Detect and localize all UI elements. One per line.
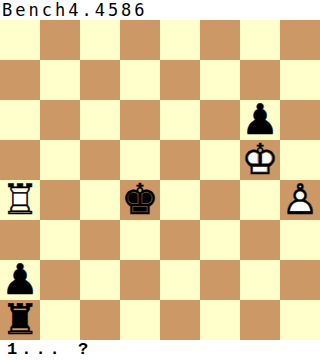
square-e3[interactable] — [160, 220, 200, 260]
black-pawn-glyph: ♟ — [241, 100, 279, 140]
square-f2[interactable] — [200, 260, 240, 300]
square-h5[interactable] — [280, 140, 320, 180]
square-f3[interactable] — [200, 220, 240, 260]
chess-diagram-window: Bench4.4586 ♟♚♔♜♖♚♟♙♟♜ 1... ? — [0, 0, 320, 360]
square-h3[interactable] — [280, 220, 320, 260]
chess-board: ♟♚♔♜♖♚♟♙♟♜ — [0, 20, 320, 340]
square-c5[interactable] — [80, 140, 120, 180]
square-e8[interactable] — [160, 20, 200, 60]
square-c8[interactable] — [80, 20, 120, 60]
square-f1[interactable] — [200, 300, 240, 340]
square-f5[interactable] — [200, 140, 240, 180]
white-rook[interactable]: ♜♖ — [0, 180, 40, 220]
square-c2[interactable] — [80, 260, 120, 300]
square-a6[interactable] — [0, 100, 40, 140]
square-g1[interactable] — [240, 300, 280, 340]
white-rook-glyph: ♖ — [1, 180, 39, 220]
square-h1[interactable] — [280, 300, 320, 340]
square-d2[interactable] — [120, 260, 160, 300]
square-c7[interactable] — [80, 60, 120, 100]
square-a5[interactable] — [0, 140, 40, 180]
square-g4[interactable] — [240, 180, 280, 220]
black-king[interactable]: ♚ — [120, 180, 160, 220]
square-h7[interactable] — [280, 60, 320, 100]
square-e5[interactable] — [160, 140, 200, 180]
square-f8[interactable] — [200, 20, 240, 60]
square-c1[interactable] — [80, 300, 120, 340]
square-b4[interactable] — [40, 180, 80, 220]
white-king-glyph: ♔ — [241, 140, 279, 180]
square-a8[interactable] — [0, 20, 40, 60]
white-king[interactable]: ♚♔ — [240, 140, 280, 180]
square-c6[interactable] — [80, 100, 120, 140]
square-h6[interactable] — [280, 100, 320, 140]
square-g5[interactable]: ♚♔ — [240, 140, 280, 180]
square-h4[interactable]: ♟♙ — [280, 180, 320, 220]
square-c4[interactable] — [80, 180, 120, 220]
square-d6[interactable] — [120, 100, 160, 140]
square-a4[interactable]: ♜♖ — [0, 180, 40, 220]
square-g8[interactable] — [240, 20, 280, 60]
square-e7[interactable] — [160, 60, 200, 100]
square-e6[interactable] — [160, 100, 200, 140]
move-prompt: 1... ? — [0, 340, 320, 360]
square-a1[interactable]: ♜ — [0, 300, 40, 340]
square-b3[interactable] — [40, 220, 80, 260]
square-d3[interactable] — [120, 220, 160, 260]
square-g3[interactable] — [240, 220, 280, 260]
square-e4[interactable] — [160, 180, 200, 220]
white-pawn[interactable]: ♟♙ — [280, 180, 320, 220]
square-g2[interactable] — [240, 260, 280, 300]
square-b1[interactable] — [40, 300, 80, 340]
square-b8[interactable] — [40, 20, 80, 60]
black-king-glyph: ♚ — [121, 180, 159, 220]
square-d1[interactable] — [120, 300, 160, 340]
square-b2[interactable] — [40, 260, 80, 300]
position-title: Bench4.4586 — [0, 0, 320, 20]
square-c3[interactable] — [80, 220, 120, 260]
square-g6[interactable]: ♟ — [240, 100, 280, 140]
square-f4[interactable] — [200, 180, 240, 220]
black-pawn[interactable]: ♟ — [0, 260, 40, 300]
square-a7[interactable] — [0, 60, 40, 100]
square-f6[interactable] — [200, 100, 240, 140]
white-pawn-glyph: ♙ — [281, 180, 319, 220]
square-d7[interactable] — [120, 60, 160, 100]
square-b7[interactable] — [40, 60, 80, 100]
square-d5[interactable] — [120, 140, 160, 180]
square-d8[interactable] — [120, 20, 160, 60]
square-b5[interactable] — [40, 140, 80, 180]
square-h8[interactable] — [280, 20, 320, 60]
square-b6[interactable] — [40, 100, 80, 140]
black-pawn-glyph: ♟ — [1, 260, 39, 300]
square-a2[interactable]: ♟ — [0, 260, 40, 300]
square-e2[interactable] — [160, 260, 200, 300]
square-h2[interactable] — [280, 260, 320, 300]
square-a3[interactable] — [0, 220, 40, 260]
square-f7[interactable] — [200, 60, 240, 100]
square-g7[interactable] — [240, 60, 280, 100]
black-rook-glyph: ♜ — [1, 300, 39, 340]
black-rook[interactable]: ♜ — [0, 300, 40, 340]
square-e1[interactable] — [160, 300, 200, 340]
square-d4[interactable]: ♚ — [120, 180, 160, 220]
black-pawn[interactable]: ♟ — [240, 100, 280, 140]
